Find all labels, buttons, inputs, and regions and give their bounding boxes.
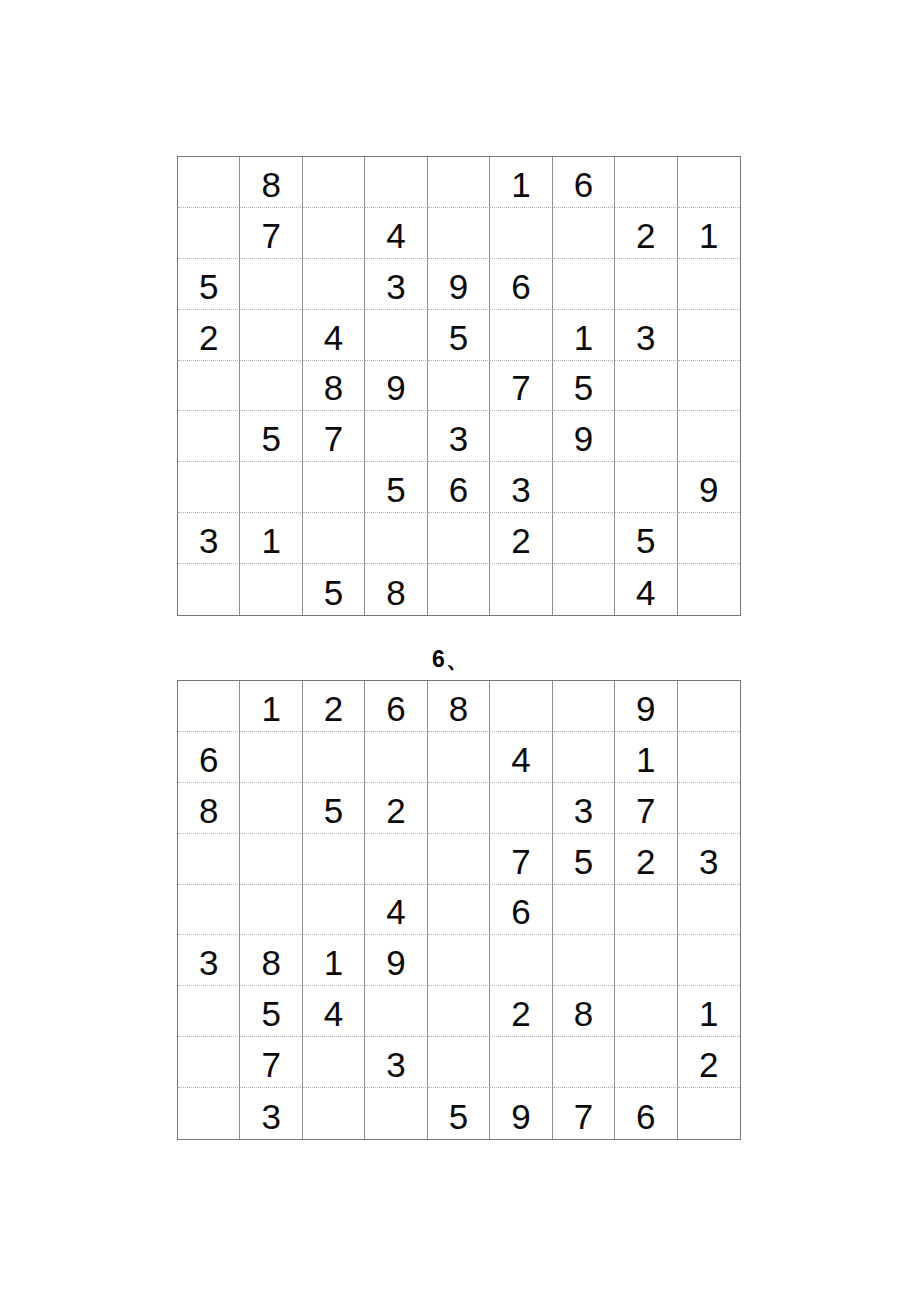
sudoku-cell-r8c2[interactable]: 7: [240, 1037, 302, 1088]
sudoku-cell-r1c8[interactable]: [615, 157, 677, 208]
sudoku-cell-r4c1[interactable]: 2: [178, 310, 240, 361]
sudoku-cell-r3c4[interactable]: 2: [365, 783, 427, 834]
sudoku-cell-r9c6[interactable]: [490, 564, 552, 615]
sudoku-cell-r1c6[interactable]: [490, 681, 552, 732]
sudoku-cell-r4c1[interactable]: [178, 834, 240, 885]
sudoku-cell-r6c9[interactable]: [678, 411, 740, 462]
sudoku-cell-r1c3[interactable]: [303, 157, 365, 208]
sudoku-cell-r8c8[interactable]: [615, 1037, 677, 1088]
sudoku-cell-r3c3[interactable]: [303, 259, 365, 310]
sudoku-cell-r6c6[interactable]: [490, 935, 552, 986]
sudoku-cell-r9c5[interactable]: [428, 564, 490, 615]
sudoku-cell-r5c5[interactable]: [428, 885, 490, 936]
sudoku-cell-r8c7[interactable]: [553, 513, 615, 564]
sudoku-cell-r5c7[interactable]: 5: [553, 361, 615, 412]
sudoku-cell-r8c6[interactable]: [490, 1037, 552, 1088]
sudoku-cell-r8c3[interactable]: [303, 1037, 365, 1088]
sudoku-cell-r9c3[interactable]: 5: [303, 564, 365, 615]
sudoku-cell-r3c9[interactable]: [678, 259, 740, 310]
sudoku-cell-r4c2[interactable]: [240, 310, 302, 361]
sudoku-cell-r9c9[interactable]: [678, 1088, 740, 1139]
sudoku-cell-r5c6[interactable]: 6: [490, 885, 552, 936]
sudoku-cell-r7c4[interactable]: [365, 986, 427, 1037]
sudoku-cell-r9c4[interactable]: 8: [365, 564, 427, 615]
sudoku-cell-r5c9[interactable]: [678, 885, 740, 936]
sudoku-cell-r1c3[interactable]: 2: [303, 681, 365, 732]
sudoku-cell-r8c8[interactable]: 5: [615, 513, 677, 564]
sudoku-cell-r6c8[interactable]: [615, 411, 677, 462]
sudoku-cell-r4c5[interactable]: [428, 834, 490, 885]
sudoku-cell-r7c3[interactable]: 4: [303, 986, 365, 1037]
sudoku-cell-r3c1[interactable]: 8: [178, 783, 240, 834]
sudoku-cell-r2c9[interactable]: [678, 732, 740, 783]
sudoku-cell-r1c7[interactable]: [553, 681, 615, 732]
sudoku-cell-r7c5[interactable]: 6: [428, 462, 490, 513]
sudoku-cell-r2c3[interactable]: [303, 732, 365, 783]
sudoku-cell-r7c6[interactable]: 2: [490, 986, 552, 1037]
sudoku-cell-r5c8[interactable]: [615, 885, 677, 936]
sudoku-cell-r6c3[interactable]: 7: [303, 411, 365, 462]
sudoku-cell-r1c8[interactable]: 9: [615, 681, 677, 732]
sudoku-cell-r2c3[interactable]: [303, 208, 365, 259]
sudoku-cell-r3c7[interactable]: 3: [553, 783, 615, 834]
sudoku-cell-r8c3[interactable]: [303, 513, 365, 564]
sudoku-cell-r6c8[interactable]: [615, 935, 677, 986]
sudoku-cell-r7c9[interactable]: 1: [678, 986, 740, 1037]
sudoku-cell-r4c5[interactable]: 5: [428, 310, 490, 361]
sudoku-cell-r3c2[interactable]: [240, 783, 302, 834]
sudoku-cell-r9c3[interactable]: [303, 1088, 365, 1139]
sudoku-cell-r9c7[interactable]: [553, 564, 615, 615]
sudoku-cell-r2c1[interactable]: [178, 208, 240, 259]
sudoku-cell-r3c2[interactable]: [240, 259, 302, 310]
sudoku-cell-r5c4[interactable]: 9: [365, 361, 427, 412]
sudoku-cell-r4c8[interactable]: 3: [615, 310, 677, 361]
sudoku-cell-r5c4[interactable]: 4: [365, 885, 427, 936]
sudoku-cell-r2c8[interactable]: 1: [615, 732, 677, 783]
sudoku-cell-r5c2[interactable]: [240, 361, 302, 412]
sudoku-cell-r2c2[interactable]: 7: [240, 208, 302, 259]
sudoku-cell-r2c7[interactable]: [553, 208, 615, 259]
sudoku-cell-r2c8[interactable]: 2: [615, 208, 677, 259]
sudoku-cell-r1c2[interactable]: 1: [240, 681, 302, 732]
sudoku-grid-2: 126896418523775234638195428173235976: [177, 680, 741, 1140]
sudoku-cell-r9c2[interactable]: [240, 564, 302, 615]
sudoku-cell-r5c3[interactable]: [303, 885, 365, 936]
sudoku-cell-r8c5[interactable]: [428, 513, 490, 564]
sudoku-cell-r2c6[interactable]: [490, 208, 552, 259]
puzzle-number-label: 6、: [169, 644, 733, 675]
sudoku-cell-r6c7[interactable]: [553, 935, 615, 986]
sudoku-cell-r3c4[interactable]: 3: [365, 259, 427, 310]
sudoku-cell-r9c9[interactable]: [678, 564, 740, 615]
sudoku-cell-r4c6[interactable]: 7: [490, 834, 552, 885]
sudoku-cell-r4c7[interactable]: 1: [553, 310, 615, 361]
sudoku-cell-r2c2[interactable]: [240, 732, 302, 783]
sudoku-cell-r9c8[interactable]: 4: [615, 564, 677, 615]
sudoku-cell-r8c5[interactable]: [428, 1037, 490, 1088]
sudoku-cell-r1c1[interactable]: [178, 681, 240, 732]
sudoku-cell-r9c7[interactable]: 7: [553, 1088, 615, 1139]
sudoku-cell-r4c3[interactable]: [303, 834, 365, 885]
sudoku-cell-r5c5[interactable]: [428, 361, 490, 412]
sudoku-cell-r6c6[interactable]: [490, 411, 552, 462]
sudoku-cell-r1c6[interactable]: 1: [490, 157, 552, 208]
sudoku-cell-r9c1[interactable]: [178, 564, 240, 615]
sudoku-cell-r9c5[interactable]: 5: [428, 1088, 490, 1139]
sudoku-cell-r5c8[interactable]: [615, 361, 677, 412]
sudoku-cell-r8c4[interactable]: [365, 513, 427, 564]
sudoku-cell-r4c6[interactable]: [490, 310, 552, 361]
sudoku-cell-r3c6[interactable]: [490, 783, 552, 834]
sudoku-cell-r8c1[interactable]: 3: [178, 513, 240, 564]
sudoku-cell-r7c1[interactable]: [178, 986, 240, 1037]
sudoku-cell-r5c6[interactable]: 7: [490, 361, 552, 412]
sudoku-cell-r8c2[interactable]: 1: [240, 513, 302, 564]
sudoku-cell-r2c5[interactable]: [428, 208, 490, 259]
sudoku-grid-1: 81674215396245138975573956393125584: [177, 156, 741, 616]
sudoku-cell-r3c8[interactable]: [615, 259, 677, 310]
sudoku-cell-r4c2[interactable]: [240, 834, 302, 885]
sudoku-cell-r4c3[interactable]: 4: [303, 310, 365, 361]
sudoku-cell-r1c9[interactable]: [678, 681, 740, 732]
sudoku-cell-r2c7[interactable]: [553, 732, 615, 783]
sudoku-cell-r2c4[interactable]: 4: [365, 208, 427, 259]
sudoku-cell-r7c2[interactable]: [240, 462, 302, 513]
sudoku-cell-r7c2[interactable]: 5: [240, 986, 302, 1037]
sudoku-cell-r6c5[interactable]: [428, 935, 490, 986]
sudoku-cell-r7c7[interactable]: 8: [553, 986, 615, 1037]
sudoku-cell-r8c7[interactable]: [553, 1037, 615, 1088]
sudoku-cell-r1c5[interactable]: 8: [428, 681, 490, 732]
sudoku-cell-r2c1[interactable]: 6: [178, 732, 240, 783]
sudoku-cell-r7c3[interactable]: [303, 462, 365, 513]
sudoku-cell-r6c2[interactable]: 8: [240, 935, 302, 986]
sudoku-cell-r5c1[interactable]: [178, 361, 240, 412]
sudoku-cell-r4c4[interactable]: [365, 310, 427, 361]
sudoku-cell-r3c3[interactable]: 5: [303, 783, 365, 834]
sudoku-cell-r7c8[interactable]: [615, 986, 677, 1037]
sudoku-cell-r3c9[interactable]: [678, 783, 740, 834]
sudoku-cell-r8c1[interactable]: [178, 1037, 240, 1088]
sudoku-cell-r3c5[interactable]: [428, 783, 490, 834]
sudoku-cell-r4c9[interactable]: 3: [678, 834, 740, 885]
sudoku-cell-r3c8[interactable]: 7: [615, 783, 677, 834]
sudoku-cell-r3c1[interactable]: 5: [178, 259, 240, 310]
sudoku-cell-r2c5[interactable]: [428, 732, 490, 783]
sudoku-cell-r7c1[interactable]: [178, 462, 240, 513]
sudoku-cell-r8c4[interactable]: 3: [365, 1037, 427, 1088]
sudoku-cell-r6c4[interactable]: [365, 411, 427, 462]
sudoku-cell-r2c9[interactable]: 1: [678, 208, 740, 259]
sudoku-cell-r3c5[interactable]: 9: [428, 259, 490, 310]
sudoku-cell-r1c1[interactable]: [178, 157, 240, 208]
worksheet-page: 81674215396245138975573956393125584 6、 1…: [0, 0, 920, 1303]
sudoku-cell-r1c7[interactable]: 6: [553, 157, 615, 208]
sudoku-cell-r5c7[interactable]: [553, 885, 615, 936]
sudoku-cell-r5c1[interactable]: [178, 885, 240, 936]
sudoku-cell-r2c6[interactable]: 4: [490, 732, 552, 783]
sudoku-cell-r9c2[interactable]: 3: [240, 1088, 302, 1139]
sudoku-cell-r4c9[interactable]: [678, 310, 740, 361]
sudoku-cell-r1c9[interactable]: [678, 157, 740, 208]
sudoku-cell-r3c7[interactable]: [553, 259, 615, 310]
sudoku-cell-r5c9[interactable]: [678, 361, 740, 412]
sudoku-cell-r1c4[interactable]: 6: [365, 681, 427, 732]
sudoku-cell-r4c7[interactable]: 5: [553, 834, 615, 885]
sudoku-cell-r7c4[interactable]: 5: [365, 462, 427, 513]
sudoku-cell-r9c8[interactable]: 6: [615, 1088, 677, 1139]
sudoku-cell-r9c1[interactable]: [178, 1088, 240, 1139]
sudoku-cell-r4c8[interactable]: 2: [615, 834, 677, 885]
sudoku-cell-r8c6[interactable]: 2: [490, 513, 552, 564]
sudoku-cell-r7c9[interactable]: 9: [678, 462, 740, 513]
sudoku-cell-r6c4[interactable]: 9: [365, 935, 427, 986]
sudoku-cell-r3c6[interactable]: 6: [490, 259, 552, 310]
sudoku-cell-r9c6[interactable]: 9: [490, 1088, 552, 1139]
sudoku-cell-r1c5[interactable]: [428, 157, 490, 208]
sudoku-cell-r7c5[interactable]: [428, 986, 490, 1037]
sudoku-cell-r6c2[interactable]: 5: [240, 411, 302, 462]
sudoku-cell-r8c9[interactable]: 2: [678, 1037, 740, 1088]
sudoku-cell-r7c7[interactable]: [553, 462, 615, 513]
sudoku-cell-r7c6[interactable]: 3: [490, 462, 552, 513]
sudoku-cell-r2c4[interactable]: [365, 732, 427, 783]
sudoku-cell-r1c4[interactable]: [365, 157, 427, 208]
sudoku-cell-r1c2[interactable]: 8: [240, 157, 302, 208]
sudoku-cell-r9c4[interactable]: [365, 1088, 427, 1139]
sudoku-cell-r6c9[interactable]: [678, 935, 740, 986]
sudoku-cell-r8c9[interactable]: [678, 513, 740, 564]
sudoku-cell-r5c2[interactable]: [240, 885, 302, 936]
sudoku-cell-r4c4[interactable]: [365, 834, 427, 885]
sudoku-cell-r5c3[interactable]: 8: [303, 361, 365, 412]
sudoku-cell-r7c8[interactable]: [615, 462, 677, 513]
sudoku-cell-r6c7[interactable]: 9: [553, 411, 615, 462]
sudoku-cell-r6c1[interactable]: 3: [178, 935, 240, 986]
sudoku-cell-r6c1[interactable]: [178, 411, 240, 462]
sudoku-cell-r6c3[interactable]: 1: [303, 935, 365, 986]
sudoku-cell-r6c5[interactable]: 3: [428, 411, 490, 462]
